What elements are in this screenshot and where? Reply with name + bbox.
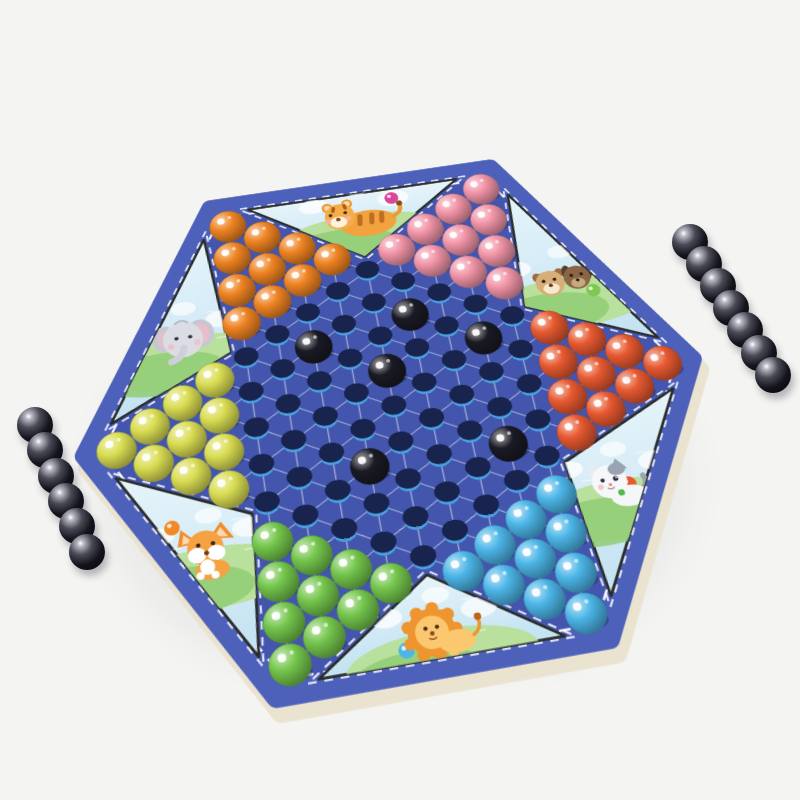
chinese-checkers-board <box>0 59 800 800</box>
black-marble[interactable] <box>69 534 105 570</box>
board-surface <box>0 59 800 800</box>
scene <box>0 0 800 800</box>
black-marble[interactable] <box>755 357 791 393</box>
